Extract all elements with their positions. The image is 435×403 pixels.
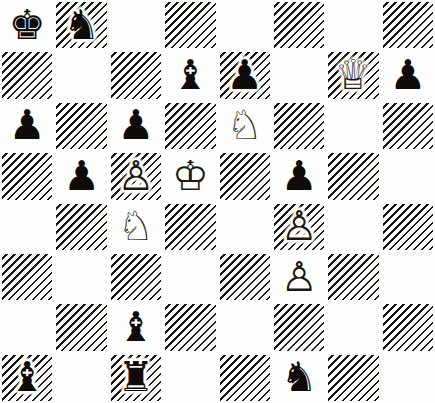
piece-black-bishop: ♝ [9,357,46,398]
square-e4 [218,202,272,252]
square-c4: ♘ [109,202,163,252]
square-b1 [54,353,108,403]
square-d7: ♝ [163,50,217,100]
square-a4 [0,202,54,252]
piece-black-pawn: ♟ [226,55,263,96]
square-g5 [326,151,380,201]
square-e8 [218,0,272,50]
square-c7 [109,50,163,100]
piece-white-knight: ♘ [226,105,263,146]
piece-black-king: ♚ [9,5,46,46]
square-e7: ♟ [218,50,272,100]
square-b2 [54,302,108,352]
piece-white-queen: ♕ [335,55,372,96]
piece-white-pawn: ♙ [281,206,318,247]
square-g1 [326,353,380,403]
square-f6 [272,101,326,151]
square-h1 [381,353,435,403]
square-c5: ♙ [109,151,163,201]
square-d2 [163,302,217,352]
square-f3: ♙ [272,252,326,302]
square-h8 [381,0,435,50]
piece-white-pawn: ♙ [118,156,155,197]
square-h4 [381,202,435,252]
piece-black-knight: ♞ [281,357,318,398]
square-a1: ♝ [0,353,54,403]
square-g4 [326,202,380,252]
square-g2 [326,302,380,352]
square-h2 [381,302,435,352]
square-h6 [381,101,435,151]
piece-white-knight: ♘ [118,206,155,247]
square-a7 [0,50,54,100]
square-e5 [218,151,272,201]
square-c1: ♜ [109,353,163,403]
square-f8 [272,0,326,50]
piece-black-bishop: ♝ [172,55,209,96]
square-d1 [163,353,217,403]
square-c6: ♟ [109,101,163,151]
piece-black-pawn: ♟ [118,105,155,146]
square-d4 [163,202,217,252]
square-e2 [218,302,272,352]
square-g3 [326,252,380,302]
square-c8 [109,0,163,50]
piece-white-king: ♔ [172,156,209,197]
square-e6: ♘ [218,101,272,151]
square-g6 [326,101,380,151]
piece-white-pawn: ♙ [281,257,318,298]
square-e3 [218,252,272,302]
square-b4 [54,202,108,252]
piece-black-pawn: ♟ [9,105,46,146]
square-c2: ♝ [109,302,163,352]
chess-board: ♚♞♝♟♕♟♟♟♘♟♙♔♟♘♙♙♝♝♜♞ [0,0,435,403]
square-b8: ♞ [54,0,108,50]
square-f1: ♞ [272,353,326,403]
square-d5: ♔ [163,151,217,201]
piece-black-pawn: ♟ [389,55,426,96]
square-a8: ♚ [0,0,54,50]
square-f7 [272,50,326,100]
square-a6: ♟ [0,101,54,151]
square-c3 [109,252,163,302]
square-d3 [163,252,217,302]
square-g7: ♕ [326,50,380,100]
chess-diagram: ♚♞♝♟♕♟♟♟♘♟♙♔♟♘♙♙♝♝♜♞ [0,0,435,403]
square-g8 [326,0,380,50]
square-h7: ♟ [381,50,435,100]
square-f2 [272,302,326,352]
square-d6 [163,101,217,151]
square-a5 [0,151,54,201]
piece-black-pawn: ♟ [63,156,100,197]
square-e1 [218,353,272,403]
piece-black-pawn: ♟ [281,156,318,197]
piece-black-bishop: ♝ [118,307,155,348]
square-a3 [0,252,54,302]
square-b5: ♟ [54,151,108,201]
square-b3 [54,252,108,302]
square-h3 [381,252,435,302]
square-b6 [54,101,108,151]
square-f5: ♟ [272,151,326,201]
square-b7 [54,50,108,100]
square-h5 [381,151,435,201]
piece-black-rook: ♜ [118,357,155,398]
square-a2 [0,302,54,352]
square-d8 [163,0,217,50]
piece-black-knight: ♞ [63,5,100,46]
square-f4: ♙ [272,202,326,252]
